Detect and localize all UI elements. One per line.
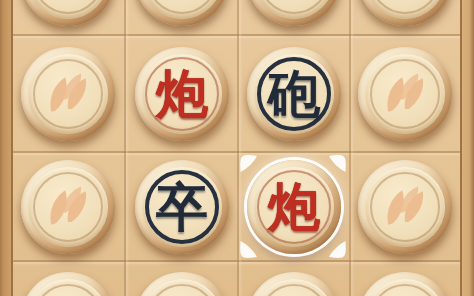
piece-label: 炮 bbox=[156, 68, 208, 120]
piece-face: 炮 bbox=[142, 54, 222, 134]
piece-hidden[interactable] bbox=[21, 272, 115, 296]
selection-corner-icon bbox=[238, 153, 260, 175]
piece-face bbox=[142, 279, 222, 296]
leaf-watermark-icon bbox=[40, 66, 96, 122]
piece-hidden[interactable] bbox=[135, 272, 229, 296]
piece-red-cannon-selected[interactable]: 炮 bbox=[247, 160, 341, 254]
xiangqi-board: 炮 砲 卒 炮 bbox=[0, 0, 474, 296]
piece-face bbox=[142, 0, 222, 19]
piece-face bbox=[28, 54, 108, 134]
piece-red-cannon[interactable]: 炮 bbox=[135, 47, 229, 141]
piece-hidden[interactable] bbox=[135, 0, 229, 26]
piece-hidden[interactable] bbox=[21, 160, 115, 254]
piece-hidden[interactable] bbox=[21, 0, 115, 26]
leaf-watermark-icon bbox=[40, 291, 96, 296]
leaf-watermark-icon bbox=[377, 291, 433, 296]
piece-label: 卒 bbox=[156, 181, 208, 233]
piece-face: 卒 bbox=[142, 167, 222, 247]
piece-face bbox=[254, 0, 334, 19]
piece-face: 砲 bbox=[254, 54, 334, 134]
piece-hidden[interactable] bbox=[358, 160, 452, 254]
piece-face bbox=[365, 0, 445, 19]
piece-hidden[interactable] bbox=[247, 272, 341, 296]
piece-label: 砲 bbox=[268, 68, 320, 120]
piece-black-soldier[interactable]: 卒 bbox=[135, 160, 229, 254]
piece-label: 炮 bbox=[268, 181, 320, 233]
piece-hidden[interactable] bbox=[358, 272, 452, 296]
leaf-watermark-icon bbox=[154, 291, 210, 296]
piece-face bbox=[28, 0, 108, 19]
piece-face bbox=[254, 279, 334, 296]
piece-hidden[interactable] bbox=[358, 0, 452, 26]
piece-hidden[interactable] bbox=[358, 47, 452, 141]
piece-face bbox=[365, 167, 445, 247]
board-right-edge bbox=[460, 0, 474, 296]
board-left-edge bbox=[0, 0, 13, 296]
selection-corner-icon bbox=[326, 238, 348, 260]
leaf-watermark-icon bbox=[40, 179, 96, 235]
leaf-watermark-icon bbox=[377, 66, 433, 122]
piece-black-cannon[interactable]: 砲 bbox=[247, 47, 341, 141]
piece-face bbox=[28, 279, 108, 296]
leaf-watermark-icon bbox=[377, 179, 433, 235]
grid-vline bbox=[349, 0, 351, 296]
piece-hidden[interactable] bbox=[21, 47, 115, 141]
grid-vline bbox=[124, 0, 126, 296]
piece-face bbox=[28, 167, 108, 247]
leaf-watermark-icon bbox=[266, 291, 322, 296]
selection-corner-icon bbox=[326, 153, 348, 175]
piece-face bbox=[365, 279, 445, 296]
piece-face bbox=[365, 54, 445, 134]
piece-face: 炮 bbox=[254, 167, 334, 247]
piece-hidden[interactable] bbox=[247, 0, 341, 26]
selection-corner-icon bbox=[238, 238, 260, 260]
